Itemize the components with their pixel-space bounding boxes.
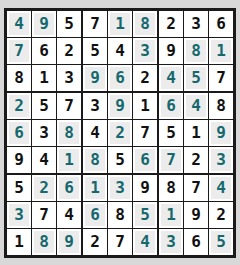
sudoku-cell-r4c8: 4 <box>184 93 208 119</box>
sudoku-cell-r9c8[interactable]: 6 <box>184 229 208 255</box>
given-digit: 6 <box>59 177 79 199</box>
sudoku-cell-r3c4: 9 <box>83 65 107 91</box>
entered-digit: 6 <box>34 40 54 62</box>
sudoku-cell-r1c2: 9 <box>32 11 56 37</box>
given-digit: 1 <box>85 177 105 199</box>
entered-digit: 2 <box>85 231 105 253</box>
entered-digit: 3 <box>34 122 54 144</box>
entered-digit: 8 <box>110 204 130 226</box>
sudoku-cell-r3c3[interactable]: 3 <box>57 65 81 91</box>
sudoku-cell-r9c7: 3 <box>159 229 183 255</box>
sudoku-cell-r7c6[interactable]: 9 <box>133 175 157 201</box>
sudoku-cell-r5c5: 2 <box>108 120 132 146</box>
entered-digit: 2 <box>186 149 206 171</box>
sudoku-cell-r7c4: 1 <box>83 175 107 201</box>
entered-digit: 9 <box>186 204 206 226</box>
sudoku-cell-r3c2[interactable]: 1 <box>32 65 56 91</box>
given-digit: 9 <box>211 122 231 144</box>
entered-digit: 5 <box>9 177 29 199</box>
sudoku-cell-r1c3[interactable]: 5 <box>57 11 81 37</box>
sudoku-cell-r3c1[interactable]: 8 <box>7 65 31 91</box>
sudoku-cell-r2c3[interactable]: 2 <box>57 38 81 64</box>
entered-digit: 7 <box>110 231 130 253</box>
given-digit: 4 <box>186 95 206 117</box>
given-digit: 5 <box>135 204 155 226</box>
entered-digit: 1 <box>9 231 29 253</box>
sudoku-cell-r8c5[interactable]: 8 <box>108 202 132 228</box>
sudoku-cell-r6c4: 8 <box>83 147 107 173</box>
entered-digit: 9 <box>9 149 29 171</box>
entered-digit: 1 <box>186 122 206 144</box>
sudoku-cell-r8c4: 6 <box>83 202 107 228</box>
sudoku-cell-r1c7[interactable]: 2 <box>159 11 183 37</box>
given-digit: 8 <box>59 122 79 144</box>
sudoku-cell-r8c7: 1 <box>159 202 183 228</box>
sudoku-cell-r1c5: 1 <box>108 11 132 37</box>
sudoku-board: 4957628137185439622369814572576389413914… <box>4 8 236 258</box>
sudoku-cell-r9c1[interactable]: 1 <box>7 229 31 255</box>
sudoku-cell-r4c7: 6 <box>159 93 183 119</box>
entered-digit: 6 <box>186 231 206 253</box>
sudoku-box-1: 495762813 <box>7 11 81 91</box>
given-digit: 4 <box>9 13 29 35</box>
sudoku-cell-r3c6[interactable]: 2 <box>133 65 157 91</box>
sudoku-cell-r8c2[interactable]: 7 <box>32 202 56 228</box>
entered-digit: 2 <box>59 40 79 62</box>
entered-digit: 5 <box>85 40 105 62</box>
sudoku-cell-r1c6: 8 <box>133 11 157 37</box>
sudoku-cell-r7c7[interactable]: 8 <box>159 175 183 201</box>
sudoku-cell-r4c1: 2 <box>7 93 31 119</box>
sudoku-cell-r2c6: 3 <box>133 38 157 64</box>
entered-digit: 5 <box>161 122 181 144</box>
given-digit: 5 <box>211 231 231 253</box>
sudoku-cell-r9c2: 8 <box>32 229 56 255</box>
sudoku-cell-r7c3: 6 <box>57 175 81 201</box>
entered-digit: 6 <box>211 13 231 35</box>
entered-digit: 8 <box>211 95 231 117</box>
sudoku-cell-r5c3: 8 <box>57 120 81 146</box>
sudoku-cell-r8c3[interactable]: 4 <box>57 202 81 228</box>
given-digit: 6 <box>135 149 155 171</box>
given-digit: 3 <box>211 149 231 171</box>
sudoku-cell-r4c6[interactable]: 1 <box>133 93 157 119</box>
sudoku-cell-r5c4[interactable]: 4 <box>83 120 107 146</box>
sudoku-box-9: 874192365 <box>159 175 233 255</box>
entered-digit: 4 <box>59 204 79 226</box>
given-digit: 1 <box>110 13 130 35</box>
sudoku-cell-r2c7[interactable]: 9 <box>159 38 183 64</box>
entered-digit: 4 <box>110 40 130 62</box>
entered-digit: 2 <box>211 204 231 226</box>
given-digit: 2 <box>110 122 130 144</box>
given-digit: 4 <box>161 67 181 89</box>
entered-digit: 5 <box>59 13 79 35</box>
entered-digit: 8 <box>161 177 181 199</box>
sudoku-cell-r6c3: 1 <box>57 147 81 173</box>
sudoku-cell-r3c7: 4 <box>159 65 183 91</box>
given-digit: 3 <box>9 204 29 226</box>
given-digit: 7 <box>9 40 29 62</box>
sudoku-cell-r4c5: 9 <box>108 93 132 119</box>
given-digit: 8 <box>85 149 105 171</box>
sudoku-box-3: 236981457 <box>159 11 233 91</box>
entered-digit: 7 <box>34 204 54 226</box>
sudoku-cell-r9c4[interactable]: 2 <box>83 229 107 255</box>
sudoku-box-2: 718543962 <box>83 11 157 91</box>
given-digit: 1 <box>211 40 231 62</box>
sudoku-cell-r9c9: 5 <box>209 229 233 255</box>
sudoku-cell-r1c8[interactable]: 3 <box>184 11 208 37</box>
given-digit: 8 <box>135 13 155 35</box>
given-digit: 2 <box>9 95 29 117</box>
sudoku-cell-r7c5: 3 <box>108 175 132 201</box>
sudoku-cell-r9c6: 4 <box>133 229 157 255</box>
sudoku-box-4: 257638941 <box>7 93 81 173</box>
sudoku-cell-r9c3: 9 <box>57 229 81 255</box>
sudoku-box-7: 526374189 <box>7 175 81 255</box>
given-digit: 9 <box>59 231 79 253</box>
sudoku-cell-r3c9[interactable]: 7 <box>209 65 233 91</box>
given-digit: 7 <box>161 149 181 171</box>
given-digit: 9 <box>34 13 54 35</box>
given-digit: 6 <box>9 122 29 144</box>
entered-digit: 2 <box>161 13 181 35</box>
sudoku-cell-r2c9: 1 <box>209 38 233 64</box>
entered-digit: 2 <box>135 67 155 89</box>
sudoku-cell-r7c9: 4 <box>209 175 233 201</box>
entered-digit: 7 <box>211 67 231 89</box>
sudoku-cell-r7c1[interactable]: 5 <box>7 175 31 201</box>
sudoku-cell-r9c5[interactable]: 7 <box>108 229 132 255</box>
entered-digit: 9 <box>161 40 181 62</box>
given-digit: 5 <box>186 67 206 89</box>
sudoku-cell-r8c8[interactable]: 9 <box>184 202 208 228</box>
sudoku-cell-r8c6: 5 <box>133 202 157 228</box>
entered-digit: 7 <box>186 177 206 199</box>
sudoku-cell-r4c9[interactable]: 8 <box>209 93 233 119</box>
entered-digit: 3 <box>85 95 105 117</box>
entered-digit: 1 <box>135 95 155 117</box>
given-digit: 6 <box>161 95 181 117</box>
given-digit: 3 <box>161 231 181 253</box>
given-digit: 4 <box>211 177 231 199</box>
given-digit: 8 <box>34 231 54 253</box>
sudoku-cell-r5c2[interactable]: 3 <box>32 120 56 146</box>
sudoku-cell-r1c9[interactable]: 6 <box>209 11 233 37</box>
entered-digit: 3 <box>59 67 79 89</box>
given-digit: 9 <box>85 67 105 89</box>
sudoku-cell-r6c8[interactable]: 2 <box>184 147 208 173</box>
sudoku-box-6: 648519723 <box>159 93 233 173</box>
sudoku-cell-r1c4[interactable]: 7 <box>83 11 107 37</box>
sudoku-cell-r8c9[interactable]: 2 <box>209 202 233 228</box>
sudoku-cell-r7c8[interactable]: 7 <box>184 175 208 201</box>
sudoku-cell-r6c6: 6 <box>133 147 157 173</box>
entered-digit: 9 <box>135 177 155 199</box>
given-digit: 1 <box>59 149 79 171</box>
given-digit: 8 <box>186 40 206 62</box>
given-digit: 4 <box>135 231 155 253</box>
sudoku-cell-r2c4[interactable]: 5 <box>83 38 107 64</box>
sudoku-box-8: 139685274 <box>83 175 157 255</box>
sudoku-cell-r4c4[interactable]: 3 <box>83 93 107 119</box>
sudoku-cell-r5c9: 9 <box>209 120 233 146</box>
sudoku-cell-r6c5[interactable]: 5 <box>108 147 132 173</box>
sudoku-cell-r1c1: 4 <box>7 11 31 37</box>
sudoku-cell-r4c3[interactable]: 7 <box>57 93 81 119</box>
entered-digit: 3 <box>186 13 206 35</box>
sudoku-cell-r2c5[interactable]: 4 <box>108 38 132 64</box>
given-digit: 1 <box>161 204 181 226</box>
sudoku-cell-r8c1: 3 <box>7 202 31 228</box>
entered-digit: 4 <box>85 122 105 144</box>
entered-digit: 1 <box>34 67 54 89</box>
entered-digit: 5 <box>34 95 54 117</box>
given-digit: 2 <box>34 177 54 199</box>
sudoku-cell-r2c2[interactable]: 6 <box>32 38 56 64</box>
sudoku-box-5: 391427856 <box>83 93 157 173</box>
given-digit: 6 <box>110 67 130 89</box>
sudoku-cell-r5c7[interactable]: 5 <box>159 120 183 146</box>
entered-digit: 8 <box>9 67 29 89</box>
given-digit: 6 <box>85 204 105 226</box>
sudoku-cell-r3c8: 5 <box>184 65 208 91</box>
entered-digit: 7 <box>135 122 155 144</box>
given-digit: 3 <box>135 40 155 62</box>
given-digit: 9 <box>110 95 130 117</box>
sudoku-cell-r2c8: 8 <box>184 38 208 64</box>
sudoku-cell-r4c2[interactable]: 5 <box>32 93 56 119</box>
sudoku-cell-r6c2[interactable]: 4 <box>32 147 56 173</box>
sudoku-cell-r5c8[interactable]: 1 <box>184 120 208 146</box>
sudoku-cell-r7c2: 2 <box>32 175 56 201</box>
entered-digit: 7 <box>85 13 105 35</box>
given-digit: 3 <box>110 177 130 199</box>
sudoku-cell-r6c7: 7 <box>159 147 183 173</box>
entered-digit: 4 <box>34 149 54 171</box>
sudoku-cell-r5c6[interactable]: 7 <box>133 120 157 146</box>
sudoku-cell-r6c1[interactable]: 9 <box>7 147 31 173</box>
sudoku-cell-r2c1: 7 <box>7 38 31 64</box>
sudoku-cell-r3c5: 6 <box>108 65 132 91</box>
entered-digit: 5 <box>110 149 130 171</box>
sudoku-cell-r5c1: 6 <box>7 120 31 146</box>
sudoku-cell-r6c9: 3 <box>209 147 233 173</box>
entered-digit: 7 <box>59 95 79 117</box>
